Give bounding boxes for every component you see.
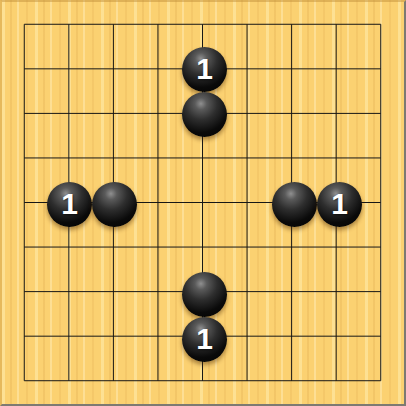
- stone-black-E3: [182, 272, 227, 317]
- go-board: 1111: [0, 0, 406, 406]
- move-number-label: 1: [61, 189, 78, 219]
- stone-black-C5: [92, 182, 137, 227]
- stone-black-E8: 1: [182, 47, 227, 92]
- move-number-label: 1: [196, 54, 213, 84]
- move-number-label: 1: [196, 324, 213, 354]
- stone-black-E7: [182, 92, 227, 137]
- stone-black-B5: 1: [47, 182, 92, 227]
- stone-black-E2: 1: [182, 317, 227, 362]
- move-number-label: 1: [331, 189, 348, 219]
- stone-black-G5: [272, 182, 317, 227]
- stone-black-H5: 1: [317, 182, 362, 227]
